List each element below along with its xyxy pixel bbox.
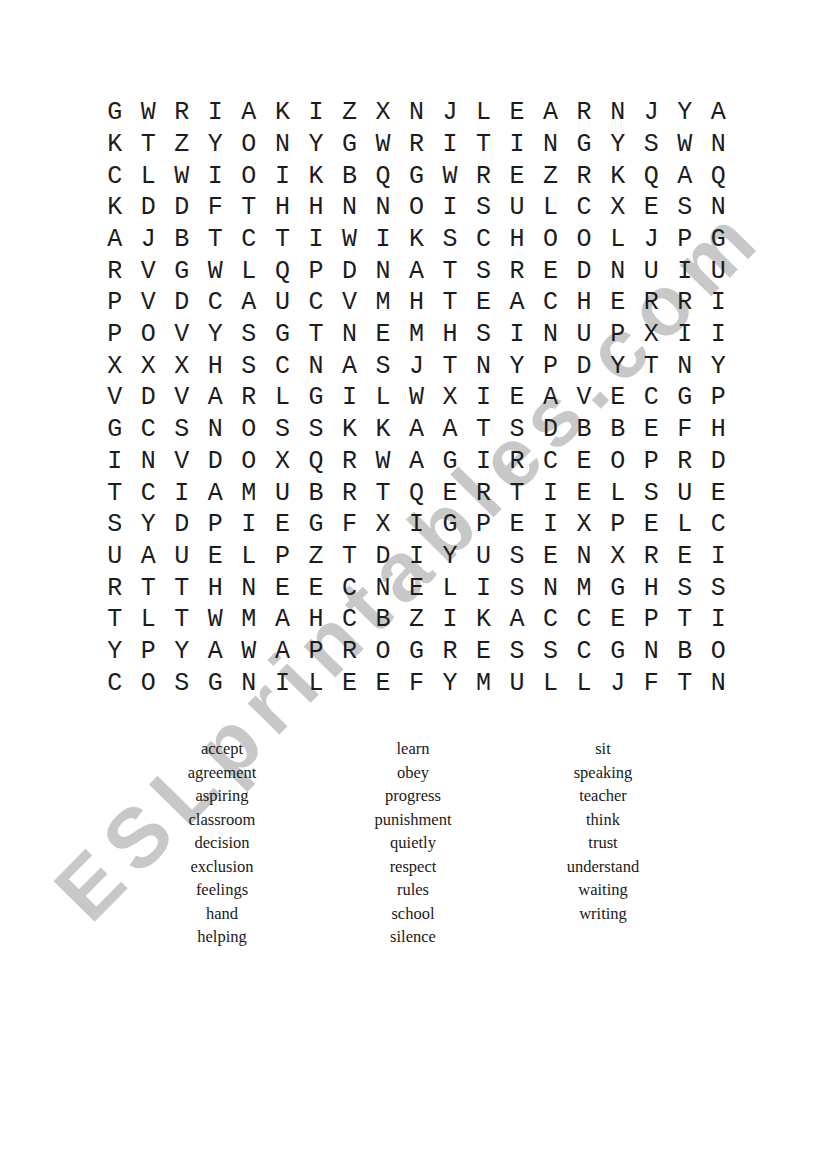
- word-item-decision: decision: [130, 831, 314, 855]
- grid-cell-r5c18: P: [668, 224, 702, 256]
- grid-cell-r6c1: R: [98, 255, 132, 287]
- grid-cell-r5c3: B: [165, 224, 199, 256]
- grid-cell-r17c14: C: [534, 604, 568, 636]
- grid-cell-r19c3: S: [165, 667, 199, 699]
- grid-cell-r14c12: P: [467, 509, 501, 541]
- grid-cell-r4c12: S: [467, 192, 501, 224]
- grid-cell-r10c7: G: [299, 382, 333, 414]
- grid-cell-r10c15: V: [567, 382, 601, 414]
- grid-cell-r4c6: H: [266, 192, 300, 224]
- word-item-think: think: [511, 808, 695, 832]
- grid-cell-r1c2: W: [132, 97, 166, 129]
- grid-cell-r17c11: I: [433, 604, 467, 636]
- grid-cell-r12c13: R: [500, 446, 534, 478]
- grid-cell-r6c7: P: [299, 255, 333, 287]
- grid-cell-r5c11: S: [433, 224, 467, 256]
- grid-cell-r3c11: W: [433, 160, 467, 192]
- grid-cell-r13c17: S: [634, 477, 668, 509]
- grid-cell-r14c3: D: [165, 509, 199, 541]
- grid-cell-r18c5: W: [232, 636, 266, 668]
- grid-cell-r12c5: O: [232, 446, 266, 478]
- grid-cell-r3c12: R: [467, 160, 501, 192]
- grid-cell-r7c17: R: [634, 287, 668, 319]
- grid-cell-r15c17: R: [634, 541, 668, 573]
- grid-cell-r6c11: T: [433, 255, 467, 287]
- grid-cell-r3c15: R: [567, 160, 601, 192]
- grid-cell-r13c11: E: [433, 477, 467, 509]
- grid-cell-r1c18: Y: [668, 97, 702, 129]
- grid-cell-r17c6: A: [266, 604, 300, 636]
- grid-cell-r13c3: I: [165, 477, 199, 509]
- grid-cell-r11c19: H: [701, 414, 735, 446]
- grid-cell-r2c5: O: [232, 129, 266, 161]
- grid-cell-r3c10: G: [400, 160, 434, 192]
- grid-cell-r7c1: P: [98, 287, 132, 319]
- grid-cell-r7c8: V: [333, 287, 367, 319]
- word-list-column-2: learnobeyprogresspunishmentquietlyrespec…: [321, 737, 505, 949]
- grid-cell-r11c17: E: [634, 414, 668, 446]
- grid-cell-r4c19: N: [701, 192, 735, 224]
- word-item-classroom: classroom: [130, 808, 314, 832]
- grid-cell-r1c9: X: [366, 97, 400, 129]
- word-item-writing: writing: [511, 902, 695, 926]
- grid-cell-r13c19: E: [701, 477, 735, 509]
- grid-cell-r14c14: I: [534, 509, 568, 541]
- grid-cell-r15c4: E: [199, 541, 233, 573]
- grid-cell-r14c19: C: [701, 509, 735, 541]
- grid-cell-r2c17: S: [634, 129, 668, 161]
- grid-cell-r8c10: M: [400, 319, 434, 351]
- grid-cell-r3c1: C: [98, 160, 132, 192]
- grid-cell-r18c14: S: [534, 636, 568, 668]
- grid-cell-r5c8: W: [333, 224, 367, 256]
- grid-cell-r11c5: O: [232, 414, 266, 446]
- grid-cell-r3c9: Q: [366, 160, 400, 192]
- grid-cell-r6c4: W: [199, 255, 233, 287]
- grid-cell-r16c3: T: [165, 572, 199, 604]
- grid-cell-r8c18: I: [668, 319, 702, 351]
- grid-cell-r16c9: N: [366, 572, 400, 604]
- grid-cell-r1c10: N: [400, 97, 434, 129]
- grid-cell-r7c2: V: [132, 287, 166, 319]
- grid-cell-r8c17: X: [634, 319, 668, 351]
- grid-cell-r10c2: D: [132, 382, 166, 414]
- grid-cell-r14c9: X: [366, 509, 400, 541]
- grid-cell-r9c7: N: [299, 350, 333, 382]
- grid-cell-r10c1: V: [98, 382, 132, 414]
- grid-cell-r6c9: N: [366, 255, 400, 287]
- grid-cell-r19c4: G: [199, 667, 233, 699]
- word-item-progress: progress: [321, 784, 505, 808]
- grid-cell-r10c19: P: [701, 382, 735, 414]
- grid-cell-r14c7: G: [299, 509, 333, 541]
- grid-cell-r18c10: G: [400, 636, 434, 668]
- grid-cell-r18c8: R: [333, 636, 367, 668]
- grid-cell-r4c15: C: [567, 192, 601, 224]
- grid-cell-r9c19: Y: [701, 350, 735, 382]
- grid-cell-r13c16: L: [601, 477, 635, 509]
- grid-cell-r15c15: N: [567, 541, 601, 573]
- grid-cell-r8c9: E: [366, 319, 400, 351]
- grid-cell-r1c3: R: [165, 97, 199, 129]
- word-item-respect: respect: [321, 855, 505, 879]
- grid-cell-r16c7: E: [299, 572, 333, 604]
- grid-cell-r19c17: F: [634, 667, 668, 699]
- word-item-teacher: teacher: [511, 784, 695, 808]
- grid-cell-r5c9: I: [366, 224, 400, 256]
- grid-cell-r11c11: A: [433, 414, 467, 446]
- word-item-exclusion: exclusion: [130, 855, 314, 879]
- grid-cell-r12c16: O: [601, 446, 635, 478]
- grid-cell-r10c6: L: [266, 382, 300, 414]
- grid-cell-r12c19: D: [701, 446, 735, 478]
- grid-cell-r12c2: N: [132, 446, 166, 478]
- grid-cell-r18c19: O: [701, 636, 735, 668]
- grid-cell-r3c14: Z: [534, 160, 568, 192]
- grid-cell-r15c5: L: [232, 541, 266, 573]
- grid-cell-r15c16: X: [601, 541, 635, 573]
- grid-cell-r9c1: X: [98, 350, 132, 382]
- grid-cell-r17c8: C: [333, 604, 367, 636]
- grid-cell-r12c9: W: [366, 446, 400, 478]
- grid-cell-r12c10: A: [400, 446, 434, 478]
- grid-cell-r1c1: G: [98, 97, 132, 129]
- grid-cell-r17c13: A: [500, 604, 534, 636]
- grid-cell-r15c2: A: [132, 541, 166, 573]
- grid-cell-r6c18: I: [668, 255, 702, 287]
- grid-cell-r17c5: M: [232, 604, 266, 636]
- grid-cell-r14c6: E: [266, 509, 300, 541]
- grid-cell-r18c1: Y: [98, 636, 132, 668]
- grid-cell-r16c8: C: [333, 572, 367, 604]
- grid-cell-r9c13: Y: [500, 350, 534, 382]
- grid-cell-r8c5: S: [232, 319, 266, 351]
- grid-cell-r19c10: F: [400, 667, 434, 699]
- grid-cell-r18c17: N: [634, 636, 668, 668]
- grid-cell-r10c5: R: [232, 382, 266, 414]
- grid-cell-r14c17: E: [634, 509, 668, 541]
- grid-cell-r2c7: Y: [299, 129, 333, 161]
- word-search-grid: GWRIAKIZXNJLEARNJYAKTZYONYGWRITINGYSWNCL…: [98, 97, 735, 699]
- grid-cell-r13c18: U: [668, 477, 702, 509]
- grid-cell-r4c10: O: [400, 192, 434, 224]
- word-item-school: school: [321, 902, 505, 926]
- grid-cell-r18c12: E: [467, 636, 501, 668]
- grid-cell-r15c1: U: [98, 541, 132, 573]
- grid-cell-r7c6: U: [266, 287, 300, 319]
- grid-cell-r7c3: D: [165, 287, 199, 319]
- word-item-waiting: waiting: [511, 878, 695, 902]
- grid-cell-r19c6: I: [266, 667, 300, 699]
- grid-cell-r8c3: V: [165, 319, 199, 351]
- grid-cell-r6c19: U: [701, 255, 735, 287]
- grid-cell-r11c6: S: [266, 414, 300, 446]
- grid-cell-r7c19: I: [701, 287, 735, 319]
- grid-cell-r7c12: E: [467, 287, 501, 319]
- word-item-punishment: punishment: [321, 808, 505, 832]
- grid-cell-r7c7: C: [299, 287, 333, 319]
- grid-cell-r10c9: L: [366, 382, 400, 414]
- grid-cell-r3c2: L: [132, 160, 166, 192]
- grid-cell-r18c15: C: [567, 636, 601, 668]
- grid-cell-r7c18: R: [668, 287, 702, 319]
- grid-cell-r18c4: A: [199, 636, 233, 668]
- grid-cell-r4c7: H: [299, 192, 333, 224]
- grid-cell-r1c12: L: [467, 97, 501, 129]
- grid-cell-r16c15: M: [567, 572, 601, 604]
- grid-cell-r8c8: N: [333, 319, 367, 351]
- grid-cell-r1c13: E: [500, 97, 534, 129]
- grid-cell-r14c10: I: [400, 509, 434, 541]
- grid-cell-r6c17: U: [634, 255, 668, 287]
- grid-cell-r10c16: E: [601, 382, 635, 414]
- grid-cell-r2c16: Y: [601, 129, 635, 161]
- grid-cell-r9c18: N: [668, 350, 702, 382]
- grid-cell-r13c5: M: [232, 477, 266, 509]
- word-list-column-1: acceptagreementaspiringclassroomdecision…: [130, 737, 314, 949]
- grid-cell-r15c7: Z: [299, 541, 333, 573]
- grid-cell-r9c14: P: [534, 350, 568, 382]
- grid-cell-r11c14: D: [534, 414, 568, 446]
- grid-cell-r4c1: K: [98, 192, 132, 224]
- grid-cell-r6c13: R: [500, 255, 534, 287]
- grid-cell-r2c12: T: [467, 129, 501, 161]
- grid-cell-r3c7: K: [299, 160, 333, 192]
- grid-cell-r9c5: S: [232, 350, 266, 382]
- grid-cell-r13c2: C: [132, 477, 166, 509]
- grid-cell-r6c14: E: [534, 255, 568, 287]
- grid-cell-r18c9: O: [366, 636, 400, 668]
- grid-cell-r8c7: T: [299, 319, 333, 351]
- grid-cell-r11c1: G: [98, 414, 132, 446]
- grid-cell-r13c15: E: [567, 477, 601, 509]
- grid-cell-r19c8: E: [333, 667, 367, 699]
- grid-cell-r9c2: X: [132, 350, 166, 382]
- grid-cell-r5c15: O: [567, 224, 601, 256]
- grid-cell-r16c18: S: [668, 572, 702, 604]
- grid-cell-r14c2: Y: [132, 509, 166, 541]
- grid-cell-r3c18: A: [668, 160, 702, 192]
- grid-cell-r1c8: Z: [333, 97, 367, 129]
- grid-cell-r19c7: L: [299, 667, 333, 699]
- grid-cell-r5c19: G: [701, 224, 735, 256]
- grid-cell-r7c15: H: [567, 287, 601, 319]
- grid-cell-r7c9: M: [366, 287, 400, 319]
- grid-cell-r2c15: G: [567, 129, 601, 161]
- grid-cell-r5c2: J: [132, 224, 166, 256]
- grid-cell-r13c7: B: [299, 477, 333, 509]
- grid-cell-r8c11: H: [433, 319, 467, 351]
- grid-cell-r12c7: Q: [299, 446, 333, 478]
- grid-cell-r3c16: K: [601, 160, 635, 192]
- grid-cell-r19c16: J: [601, 667, 635, 699]
- grid-cell-r2c10: R: [400, 129, 434, 161]
- grid-cell-r2c11: I: [433, 129, 467, 161]
- grid-cell-r16c16: G: [601, 572, 635, 604]
- word-list-column-3: sitspeakingteacherthinktrustunderstandwa…: [511, 737, 695, 925]
- grid-cell-r9c9: S: [366, 350, 400, 382]
- grid-cell-r10c12: I: [467, 382, 501, 414]
- grid-cell-r10c4: A: [199, 382, 233, 414]
- grid-cell-r12c3: V: [165, 446, 199, 478]
- grid-cell-r14c11: G: [433, 509, 467, 541]
- grid-cell-r10c14: A: [534, 382, 568, 414]
- grid-cell-r6c5: L: [232, 255, 266, 287]
- grid-cell-r12c1: I: [98, 446, 132, 478]
- grid-cell-r8c6: G: [266, 319, 300, 351]
- grid-cell-r2c14: N: [534, 129, 568, 161]
- grid-cell-r8c19: I: [701, 319, 735, 351]
- grid-cell-r2c13: I: [500, 129, 534, 161]
- grid-cell-r8c13: I: [500, 319, 534, 351]
- grid-cell-r13c10: Q: [400, 477, 434, 509]
- grid-cell-r1c4: I: [199, 97, 233, 129]
- grid-cell-r5c10: K: [400, 224, 434, 256]
- grid-cell-r15c13: S: [500, 541, 534, 573]
- grid-cell-r4c16: X: [601, 192, 635, 224]
- grid-cell-r13c12: R: [467, 477, 501, 509]
- grid-cell-r4c11: I: [433, 192, 467, 224]
- grid-cell-r8c16: P: [601, 319, 635, 351]
- grid-cell-r18c13: S: [500, 636, 534, 668]
- grid-cell-r13c4: A: [199, 477, 233, 509]
- grid-cell-r11c3: S: [165, 414, 199, 446]
- grid-cell-r18c2: P: [132, 636, 166, 668]
- grid-cell-r4c8: N: [333, 192, 367, 224]
- grid-cell-r12c15: E: [567, 446, 601, 478]
- word-item-helping: helping: [130, 925, 314, 949]
- grid-cell-r15c11: Y: [433, 541, 467, 573]
- grid-cell-r14c4: P: [199, 509, 233, 541]
- grid-cell-r5c17: J: [634, 224, 668, 256]
- grid-cell-r4c18: S: [668, 192, 702, 224]
- grid-cell-r10c10: W: [400, 382, 434, 414]
- grid-cell-r4c14: L: [534, 192, 568, 224]
- grid-cell-r4c13: U: [500, 192, 534, 224]
- grid-cell-r15c12: U: [467, 541, 501, 573]
- grid-cell-r17c3: T: [165, 604, 199, 636]
- grid-cell-r14c1: S: [98, 509, 132, 541]
- word-item-hand: hand: [130, 902, 314, 926]
- grid-cell-r11c16: B: [601, 414, 635, 446]
- grid-cell-r3c13: E: [500, 160, 534, 192]
- grid-cell-r3c4: I: [199, 160, 233, 192]
- grid-cell-r1c19: A: [701, 97, 735, 129]
- word-item-learn: learn: [321, 737, 505, 761]
- grid-cell-r2c19: N: [701, 129, 735, 161]
- grid-cell-r18c16: G: [601, 636, 635, 668]
- grid-cell-r14c18: L: [668, 509, 702, 541]
- grid-cell-r2c6: N: [266, 129, 300, 161]
- word-item-trust: trust: [511, 831, 695, 855]
- grid-cell-r15c9: D: [366, 541, 400, 573]
- grid-cell-r9c3: X: [165, 350, 199, 382]
- grid-cell-r2c4: Y: [199, 129, 233, 161]
- grid-cell-r17c17: P: [634, 604, 668, 636]
- grid-cell-r9c16: Y: [601, 350, 635, 382]
- grid-cell-r3c8: B: [333, 160, 367, 192]
- grid-cell-r16c12: I: [467, 572, 501, 604]
- grid-cell-r9c6: C: [266, 350, 300, 382]
- grid-cell-r17c1: T: [98, 604, 132, 636]
- grid-cell-r16c1: R: [98, 572, 132, 604]
- grid-cell-r13c9: T: [366, 477, 400, 509]
- grid-cell-r10c18: G: [668, 382, 702, 414]
- grid-cell-r14c15: X: [567, 509, 601, 541]
- grid-cell-r6c16: N: [601, 255, 635, 287]
- grid-cell-r7c10: H: [400, 287, 434, 319]
- grid-cell-r10c13: E: [500, 382, 534, 414]
- grid-cell-r17c7: H: [299, 604, 333, 636]
- grid-cell-r19c11: Y: [433, 667, 467, 699]
- grid-cell-r5c1: A: [98, 224, 132, 256]
- grid-cell-r16c19: S: [701, 572, 735, 604]
- grid-cell-r1c7: I: [299, 97, 333, 129]
- grid-cell-r7c11: T: [433, 287, 467, 319]
- grid-cell-r16c4: H: [199, 572, 233, 604]
- grid-cell-r6c15: D: [567, 255, 601, 287]
- grid-cell-r19c18: T: [668, 667, 702, 699]
- grid-cell-r17c15: C: [567, 604, 601, 636]
- grid-cell-r18c11: R: [433, 636, 467, 668]
- grid-cell-r19c1: C: [98, 667, 132, 699]
- grid-cell-r19c14: L: [534, 667, 568, 699]
- grid-cell-r2c1: K: [98, 129, 132, 161]
- grid-cell-r6c12: S: [467, 255, 501, 287]
- grid-cell-r17c4: W: [199, 604, 233, 636]
- grid-cell-r18c3: Y: [165, 636, 199, 668]
- grid-cell-r4c5: T: [232, 192, 266, 224]
- grid-cell-r19c15: L: [567, 667, 601, 699]
- grid-cell-r16c6: E: [266, 572, 300, 604]
- grid-cell-r5c14: O: [534, 224, 568, 256]
- grid-cell-r12c4: D: [199, 446, 233, 478]
- grid-cell-r4c17: E: [634, 192, 668, 224]
- grid-cell-r16c10: E: [400, 572, 434, 604]
- grid-cell-r11c15: B: [567, 414, 601, 446]
- grid-cell-r2c9: W: [366, 129, 400, 161]
- grid-cell-r16c13: S: [500, 572, 534, 604]
- grid-cell-r4c4: F: [199, 192, 233, 224]
- worksheet-page: ESLprintables.com GWRIAKIZXNJLEARNJYAKTZ…: [0, 0, 826, 1169]
- grid-cell-r10c17: C: [634, 382, 668, 414]
- grid-cell-r4c9: N: [366, 192, 400, 224]
- grid-cell-r8c2: O: [132, 319, 166, 351]
- grid-cell-r15c3: U: [165, 541, 199, 573]
- grid-cell-r15c19: I: [701, 541, 735, 573]
- grid-cell-r9c10: J: [400, 350, 434, 382]
- grid-cell-r6c6: Q: [266, 255, 300, 287]
- grid-cell-r8c15: U: [567, 319, 601, 351]
- grid-cell-r1c15: R: [567, 97, 601, 129]
- grid-cell-r18c7: P: [299, 636, 333, 668]
- grid-cell-r14c13: E: [500, 509, 534, 541]
- grid-cell-r12c14: C: [534, 446, 568, 478]
- grid-cell-r15c18: E: [668, 541, 702, 573]
- grid-cell-r7c14: C: [534, 287, 568, 319]
- grid-cell-r10c11: X: [433, 382, 467, 414]
- grid-cell-r8c14: N: [534, 319, 568, 351]
- grid-cell-r13c14: I: [534, 477, 568, 509]
- grid-cell-r16c17: H: [634, 572, 668, 604]
- grid-cell-r3c17: Q: [634, 160, 668, 192]
- grid-cell-r18c18: B: [668, 636, 702, 668]
- grid-cell-r17c10: Z: [400, 604, 434, 636]
- grid-cell-r15c10: I: [400, 541, 434, 573]
- grid-cell-r12c11: G: [433, 446, 467, 478]
- grid-cell-r5c12: C: [467, 224, 501, 256]
- grid-cell-r17c16: E: [601, 604, 635, 636]
